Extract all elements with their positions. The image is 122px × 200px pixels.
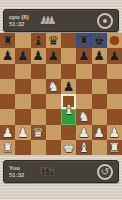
square-f4[interactable] xyxy=(76,94,91,109)
black-pawn: ♟ xyxy=(2,49,14,62)
square-g6[interactable] xyxy=(92,64,107,79)
square-c4[interactable] xyxy=(31,94,46,109)
square-a3[interactable] xyxy=(0,109,15,124)
square-f6[interactable] xyxy=(76,64,91,79)
square-b3[interactable] xyxy=(15,109,30,124)
you-panel: You 51:32 ♞♞♝ ↺ xyxy=(3,160,119,183)
black-pawn: ♟ xyxy=(48,49,60,62)
square-h7[interactable]: ♟ xyxy=(107,48,122,63)
cpu-player-info: cpu (8) 51:32 xyxy=(9,14,35,28)
square-e3[interactable]: ♝ xyxy=(61,109,76,124)
black-queen: ♛ xyxy=(48,34,60,47)
black-pawn: ♟ xyxy=(63,80,75,93)
square-f3[interactable]: ♞ xyxy=(76,109,91,124)
white-pawn: ♟ xyxy=(17,126,29,139)
black-bishop: ♝ xyxy=(32,34,44,47)
white-rook: ♜ xyxy=(109,141,121,154)
square-h6[interactable] xyxy=(107,64,122,79)
square-d2[interactable] xyxy=(46,125,61,140)
square-g1[interactable] xyxy=(92,140,107,155)
black-pawn: ♟ xyxy=(93,49,105,62)
white-bishop: ♝ xyxy=(78,141,90,154)
square-h4[interactable] xyxy=(107,94,122,109)
square-c2[interactable]: ♛ xyxy=(31,125,46,140)
square-f2[interactable]: ♟ xyxy=(76,125,91,140)
square-a6[interactable] xyxy=(0,64,15,79)
black-pawn: ♟ xyxy=(32,49,44,62)
square-g5[interactable] xyxy=(92,79,107,94)
square-d8[interactable]: ♛ xyxy=(46,33,61,48)
square-c6[interactable] xyxy=(31,64,46,79)
square-e5[interactable]: ♟ xyxy=(61,79,76,94)
app-screen: cpu (8) 51:32 ♟♟♟ ♜♝♛♜♚♟♟♟♟♟♟♟♞♟♝♞♟♟♛♟♟♟… xyxy=(0,0,122,200)
square-b6[interactable] xyxy=(15,64,30,79)
square-g8[interactable]: ♚ xyxy=(92,33,107,48)
square-a2[interactable]: ♟ xyxy=(0,125,15,140)
square-c8[interactable]: ♝ xyxy=(31,33,46,48)
white-knight: ♞ xyxy=(48,80,60,93)
cpu-captured-tray: ♟♟♟ xyxy=(39,10,97,31)
cpu-panel: cpu (8) 51:32 ♟♟♟ xyxy=(3,9,119,32)
captured-white-pawn: ♟ xyxy=(47,15,57,26)
you-player-info: You 51:32 xyxy=(9,165,35,179)
white-queen: ♛ xyxy=(32,126,44,139)
black-rook: ♜ xyxy=(2,34,14,47)
undo-icon[interactable]: ↺ xyxy=(97,164,113,180)
square-h3[interactable] xyxy=(107,109,122,124)
captured-black-bishop: ♝ xyxy=(47,166,57,177)
square-d5[interactable]: ♞ xyxy=(46,79,61,94)
square-c3[interactable] xyxy=(31,109,46,124)
square-b1[interactable] xyxy=(15,140,30,155)
square-a1[interactable]: ♜ xyxy=(0,140,15,155)
you-clock: 51:32 xyxy=(9,172,35,179)
white-pawn: ♟ xyxy=(93,126,105,139)
square-b4[interactable] xyxy=(15,94,30,109)
square-f1[interactable]: ♝ xyxy=(76,140,91,155)
move-marker-dot xyxy=(110,36,119,45)
square-c5[interactable] xyxy=(31,79,46,94)
white-rook: ♜ xyxy=(2,141,14,154)
square-d7[interactable]: ♟ xyxy=(46,48,61,63)
square-e2[interactable] xyxy=(61,125,76,140)
square-f7[interactable]: ♟ xyxy=(76,48,91,63)
square-a7[interactable]: ♟ xyxy=(0,48,15,63)
white-pawn: ♟ xyxy=(78,126,90,139)
black-pawn: ♟ xyxy=(17,49,29,62)
square-e6[interactable] xyxy=(61,64,76,79)
square-h8[interactable] xyxy=(107,33,122,48)
square-e1[interactable]: ♚ xyxy=(61,140,76,155)
square-g2[interactable]: ♟ xyxy=(92,125,107,140)
you-player-name: You xyxy=(9,165,35,172)
square-d4[interactable] xyxy=(46,94,61,109)
square-h5[interactable] xyxy=(107,79,122,94)
square-a4[interactable] xyxy=(0,94,15,109)
square-d3[interactable] xyxy=(46,109,61,124)
cpu-clock: 51:32 xyxy=(9,21,35,28)
square-d1[interactable] xyxy=(46,140,61,155)
square-b2[interactable]: ♟ xyxy=(15,125,30,140)
white-pawn: ♟ xyxy=(2,126,14,139)
square-d6[interactable] xyxy=(46,64,61,79)
square-g3[interactable] xyxy=(92,109,107,124)
white-bishop: ♝ xyxy=(63,103,75,116)
square-e7[interactable] xyxy=(61,48,76,63)
square-a8[interactable]: ♜ xyxy=(0,33,15,48)
clock-icon-dot xyxy=(103,19,107,23)
black-pawn: ♟ xyxy=(78,49,90,62)
square-a5[interactable] xyxy=(0,79,15,94)
white-king: ♚ xyxy=(63,141,75,154)
square-g4[interactable] xyxy=(92,94,107,109)
square-f8[interactable]: ♜ xyxy=(76,33,91,48)
clock-icon xyxy=(97,13,113,29)
square-h1[interactable]: ♜ xyxy=(107,140,122,155)
square-g7[interactable]: ♟ xyxy=(92,48,107,63)
black-pawn: ♟ xyxy=(109,49,121,62)
square-b5[interactable] xyxy=(15,79,30,94)
black-rook: ♜ xyxy=(78,34,90,47)
square-f5[interactable] xyxy=(76,79,91,94)
square-h2[interactable]: ♟ xyxy=(107,125,122,140)
cpu-player-name: cpu (8) xyxy=(9,14,35,21)
chess-board[interactable]: ♜♝♛♜♚♟♟♟♟♟♟♟♞♟♝♞♟♟♛♟♟♟♜♚♝♜ xyxy=(0,33,122,155)
you-captured-tray: ♞♞♝ xyxy=(39,161,97,182)
white-knight: ♞ xyxy=(78,110,90,123)
white-pawn: ♟ xyxy=(109,126,121,139)
square-b7[interactable]: ♟ xyxy=(15,48,30,63)
black-king: ♚ xyxy=(93,34,105,47)
square-c7[interactable]: ♟ xyxy=(31,48,46,63)
square-c1[interactable] xyxy=(31,140,46,155)
square-b8[interactable] xyxy=(15,33,30,48)
square-e8[interactable] xyxy=(61,33,76,48)
